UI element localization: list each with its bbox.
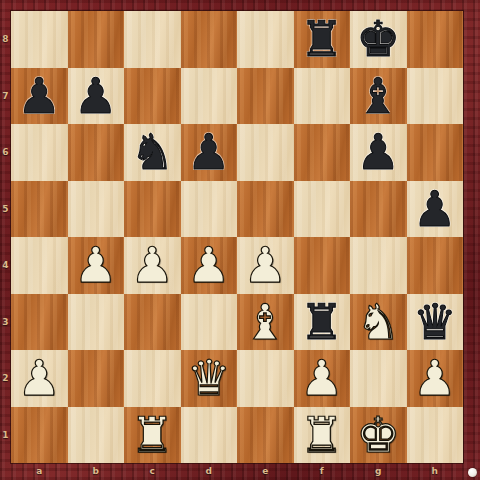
piece-black-pawn[interactable]: ♟ bbox=[181, 124, 238, 181]
rank-label-1: 1 bbox=[0, 407, 11, 464]
square-e4[interactable]: ♟ bbox=[237, 237, 294, 294]
piece-white-rook[interactable]: ♜ bbox=[294, 407, 351, 464]
square-b6[interactable] bbox=[68, 124, 125, 181]
rank-label-4: 4 bbox=[0, 237, 11, 294]
file-label-h: h bbox=[407, 463, 464, 479]
square-h3[interactable]: ♛ bbox=[407, 294, 464, 351]
piece-white-bishop[interactable]: ♝ bbox=[237, 294, 294, 351]
square-a4[interactable] bbox=[11, 237, 68, 294]
piece-white-pawn[interactable]: ♟ bbox=[181, 237, 238, 294]
piece-black-king[interactable]: ♚ bbox=[350, 11, 407, 68]
square-f4[interactable] bbox=[294, 237, 351, 294]
square-h6[interactable] bbox=[407, 124, 464, 181]
square-d3[interactable] bbox=[181, 294, 238, 351]
square-g7[interactable]: ♝ bbox=[350, 68, 407, 125]
square-f3[interactable]: ♜ bbox=[294, 294, 351, 351]
file-label-f: f bbox=[294, 463, 351, 479]
file-label-d: d bbox=[181, 463, 238, 479]
square-h5[interactable]: ♟ bbox=[407, 181, 464, 238]
square-a1[interactable] bbox=[11, 407, 68, 464]
square-c7[interactable] bbox=[124, 68, 181, 125]
piece-white-pawn[interactable]: ♟ bbox=[11, 350, 68, 407]
square-b4[interactable]: ♟ bbox=[68, 237, 125, 294]
square-c5[interactable] bbox=[124, 181, 181, 238]
square-a5[interactable] bbox=[11, 181, 68, 238]
white-to-move-indicator bbox=[468, 468, 477, 477]
square-h7[interactable] bbox=[407, 68, 464, 125]
square-e2[interactable] bbox=[237, 350, 294, 407]
square-f6[interactable] bbox=[294, 124, 351, 181]
square-c3[interactable] bbox=[124, 294, 181, 351]
square-g1[interactable]: ♚ bbox=[350, 407, 407, 464]
square-b5[interactable] bbox=[68, 181, 125, 238]
square-d1[interactable] bbox=[181, 407, 238, 464]
piece-white-pawn[interactable]: ♟ bbox=[237, 237, 294, 294]
piece-black-pawn[interactable]: ♟ bbox=[407, 181, 464, 238]
square-g5[interactable] bbox=[350, 181, 407, 238]
square-c4[interactable]: ♟ bbox=[124, 237, 181, 294]
file-label-a: a bbox=[11, 463, 68, 479]
square-c2[interactable] bbox=[124, 350, 181, 407]
square-e8[interactable] bbox=[237, 11, 294, 68]
square-b2[interactable] bbox=[68, 350, 125, 407]
square-f7[interactable] bbox=[294, 68, 351, 125]
square-g3[interactable]: ♞ bbox=[350, 294, 407, 351]
piece-black-knight[interactable]: ♞ bbox=[124, 124, 181, 181]
square-b1[interactable] bbox=[68, 407, 125, 464]
square-h1[interactable] bbox=[407, 407, 464, 464]
square-g8[interactable]: ♚ bbox=[350, 11, 407, 68]
square-c1[interactable]: ♜ bbox=[124, 407, 181, 464]
rank-label-2: 2 bbox=[0, 350, 11, 407]
square-a2[interactable]: ♟ bbox=[11, 350, 68, 407]
square-e5[interactable] bbox=[237, 181, 294, 238]
square-b3[interactable] bbox=[68, 294, 125, 351]
square-e3[interactable]: ♝ bbox=[237, 294, 294, 351]
piece-white-pawn[interactable]: ♟ bbox=[68, 237, 125, 294]
piece-black-queen[interactable]: ♛ bbox=[407, 294, 464, 351]
piece-white-pawn[interactable]: ♟ bbox=[124, 237, 181, 294]
file-label-b: b bbox=[68, 463, 125, 479]
square-a6[interactable] bbox=[11, 124, 68, 181]
rank-label-8: 8 bbox=[0, 11, 11, 68]
square-b8[interactable] bbox=[68, 11, 125, 68]
square-c6[interactable]: ♞ bbox=[124, 124, 181, 181]
square-b7[interactable]: ♟ bbox=[68, 68, 125, 125]
square-e1[interactable] bbox=[237, 407, 294, 464]
rank-label-6: 6 bbox=[0, 124, 11, 181]
board-frame: ♜♚♟♟♝♞♟♟♟♟♟♟♟♝♜♞♛♟♛♟♟♜♜♚ 87654321 abcdef… bbox=[0, 0, 480, 480]
square-f2[interactable]: ♟ bbox=[294, 350, 351, 407]
piece-white-queen[interactable]: ♛ bbox=[181, 350, 238, 407]
square-a8[interactable] bbox=[11, 11, 68, 68]
square-g4[interactable] bbox=[350, 237, 407, 294]
square-h8[interactable] bbox=[407, 11, 464, 68]
chess-board: ♜♚♟♟♝♞♟♟♟♟♟♟♟♝♜♞♛♟♛♟♟♜♜♚ bbox=[11, 11, 463, 463]
square-f8[interactable]: ♜ bbox=[294, 11, 351, 68]
piece-black-pawn[interactable]: ♟ bbox=[68, 68, 125, 125]
square-f5[interactable] bbox=[294, 181, 351, 238]
square-d6[interactable]: ♟ bbox=[181, 124, 238, 181]
piece-white-rook[interactable]: ♜ bbox=[124, 407, 181, 464]
square-e7[interactable] bbox=[237, 68, 294, 125]
rank-label-7: 7 bbox=[0, 68, 11, 125]
square-d5[interactable] bbox=[181, 181, 238, 238]
square-d7[interactable] bbox=[181, 68, 238, 125]
piece-white-king[interactable]: ♚ bbox=[350, 407, 407, 464]
rank-label-5: 5 bbox=[0, 181, 11, 238]
piece-white-knight[interactable]: ♞ bbox=[350, 294, 407, 351]
square-a3[interactable] bbox=[11, 294, 68, 351]
piece-black-rook[interactable]: ♜ bbox=[294, 11, 351, 68]
square-d2[interactable]: ♛ bbox=[181, 350, 238, 407]
piece-black-pawn[interactable]: ♟ bbox=[11, 68, 68, 125]
piece-white-pawn[interactable]: ♟ bbox=[407, 350, 464, 407]
square-h4[interactable] bbox=[407, 237, 464, 294]
square-h2[interactable]: ♟ bbox=[407, 350, 464, 407]
piece-black-rook[interactable]: ♜ bbox=[294, 294, 351, 351]
piece-white-pawn[interactable]: ♟ bbox=[294, 350, 351, 407]
file-label-c: c bbox=[124, 463, 181, 479]
piece-black-bishop[interactable]: ♝ bbox=[350, 68, 407, 125]
square-g6[interactable]: ♟ bbox=[350, 124, 407, 181]
file-label-g: g bbox=[350, 463, 407, 479]
square-a7[interactable]: ♟ bbox=[11, 68, 68, 125]
square-c8[interactable] bbox=[124, 11, 181, 68]
piece-black-pawn[interactable]: ♟ bbox=[350, 124, 407, 181]
rank-label-3: 3 bbox=[0, 294, 11, 351]
square-d8[interactable] bbox=[181, 11, 238, 68]
square-d4[interactable]: ♟ bbox=[181, 237, 238, 294]
square-g2[interactable] bbox=[350, 350, 407, 407]
file-label-e: e bbox=[237, 463, 294, 479]
square-e6[interactable] bbox=[237, 124, 294, 181]
square-f1[interactable]: ♜ bbox=[294, 407, 351, 464]
